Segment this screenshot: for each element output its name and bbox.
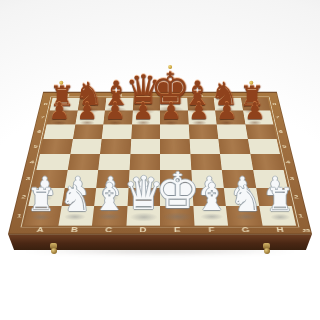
amber-pawn-f7[interactable]: ♟ — [189, 100, 210, 123]
clear-bishop-f1[interactable]: ♝ — [195, 180, 229, 218]
square-a6[interactable] — [43, 124, 75, 138]
square-c6[interactable] — [102, 124, 132, 138]
clear-knight-b1[interactable]: ♞ — [59, 182, 91, 218]
file-label-f: F — [194, 226, 229, 234]
amber-pawn-d7[interactable]: ♟ — [133, 100, 154, 123]
frame-corner-mark: 25 — [302, 229, 311, 233]
file-label-h: H — [262, 226, 298, 234]
square-g5[interactable] — [218, 139, 250, 154]
square-e5[interactable] — [160, 139, 190, 154]
amber-pawn-h7[interactable]: ♟ — [244, 100, 265, 123]
square-b6[interactable] — [73, 124, 104, 138]
rank-label-right-4: 4 — [280, 154, 296, 170]
square-h4[interactable] — [250, 154, 284, 170]
rank-label-right-5: 5 — [277, 139, 293, 154]
gold-finial-icon — [250, 81, 254, 85]
chess-set-photo: ABCDEFGH ABCDEFGH 87654321 87654321 25 ♜… — [0, 0, 320, 320]
square-b5[interactable] — [70, 139, 102, 154]
amber-pawn-g7[interactable]: ♟ — [217, 100, 238, 123]
square-f6[interactable] — [188, 124, 218, 138]
file-label-a: A — [22, 226, 58, 234]
amber-pawn-e7[interactable]: ♟ — [161, 100, 182, 123]
square-d5[interactable] — [130, 139, 160, 154]
gold-finial-icon — [168, 65, 172, 69]
square-b4[interactable] — [67, 154, 100, 170]
amber-pawn-a7[interactable]: ♟ — [49, 100, 70, 123]
square-f5[interactable] — [189, 139, 220, 154]
file-label-g: G — [228, 226, 263, 234]
brass-clasp-right — [262, 243, 271, 255]
clasp-ring-icon — [51, 248, 57, 254]
square-h6[interactable] — [245, 124, 277, 138]
square-g6[interactable] — [217, 124, 248, 138]
clear-bishop-c1[interactable]: ♝ — [93, 180, 127, 218]
square-d6[interactable] — [131, 124, 160, 138]
clear-rook-h1[interactable]: ♜ — [266, 186, 294, 218]
file-label-b: B — [57, 226, 92, 234]
square-c5[interactable] — [100, 139, 131, 154]
square-e6[interactable] — [160, 124, 189, 138]
brass-clasp-left — [49, 243, 58, 255]
amber-pawn-c7[interactable]: ♟ — [105, 100, 126, 123]
square-a5[interactable] — [40, 139, 73, 154]
amber-pawn-b7[interactable]: ♟ — [77, 100, 98, 123]
file-labels-near: ABCDEFGH — [22, 226, 298, 234]
clasp-ring-icon — [264, 248, 270, 254]
file-label-d: D — [126, 226, 161, 234]
square-a4[interactable] — [36, 154, 70, 170]
rank-label-right-8: 8 — [267, 98, 281, 111]
square-h5[interactable] — [247, 139, 280, 154]
gold-finial-icon — [60, 81, 64, 85]
clear-king-e1[interactable]: ♚ — [155, 168, 199, 218]
clear-rook-a1[interactable]: ♜ — [27, 186, 55, 218]
file-label-c: C — [91, 226, 126, 234]
rank-label-right-6: 6 — [273, 124, 288, 138]
square-g4[interactable] — [220, 154, 253, 170]
clear-knight-g1[interactable]: ♞ — [230, 182, 262, 218]
file-label-e: E — [160, 226, 195, 234]
rank-label-right-7: 7 — [270, 111, 285, 125]
